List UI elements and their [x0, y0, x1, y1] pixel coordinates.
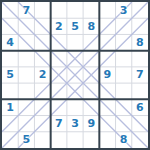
given-cell-r5c3[interactable]: 2	[34, 67, 50, 83]
cell-r6c1[interactable]	[2, 83, 18, 99]
cell-r3c4[interactable]	[51, 34, 67, 50]
cell-r3c3[interactable]	[34, 34, 50, 50]
cell-r5c6[interactable]	[83, 67, 99, 83]
cell-r6c6[interactable]	[83, 83, 99, 99]
cell-r3c5[interactable]	[67, 34, 83, 50]
given-cell-r5c1[interactable]: 5	[2, 67, 18, 83]
sudoku-board: 732584852971673958	[0, 0, 150, 150]
cell-r1c7[interactable]	[99, 2, 115, 18]
cell-r1c1[interactable]	[2, 2, 18, 18]
cell-r2c8[interactable]	[116, 18, 132, 34]
cell-r6c3[interactable]	[34, 83, 50, 99]
given-cell-r5c9[interactable]: 7	[132, 67, 148, 83]
cell-r9c7[interactable]	[99, 132, 115, 148]
cell-r1c6[interactable]	[83, 2, 99, 18]
cell-r7c2[interactable]	[18, 99, 34, 115]
cell-r4c3[interactable]	[34, 51, 50, 67]
given-cell-r9c2[interactable]: 5	[18, 132, 34, 148]
cell-r4c7[interactable]	[99, 51, 115, 67]
given-cell-r3c9[interactable]: 8	[132, 34, 148, 50]
cell-r7c6[interactable]	[83, 99, 99, 115]
cell-r9c4[interactable]	[51, 132, 67, 148]
cell-r6c5[interactable]	[67, 83, 83, 99]
given-cell-r1c2[interactable]: 7	[18, 2, 34, 18]
cell-r3c2[interactable]	[18, 34, 34, 50]
given-cell-r7c1[interactable]: 1	[2, 99, 18, 115]
given-cell-r5c7[interactable]: 9	[99, 67, 115, 83]
cell-r6c7[interactable]	[99, 83, 115, 99]
cell-r7c4[interactable]	[51, 99, 67, 115]
cell-r4c4[interactable]	[51, 51, 67, 67]
cell-r8c3[interactable]	[34, 116, 50, 132]
cell-r6c4[interactable]	[51, 83, 67, 99]
cell-r5c4[interactable]	[51, 67, 67, 83]
cell-r7c7[interactable]	[99, 99, 115, 115]
cell-r8c1[interactable]	[2, 116, 18, 132]
given-cell-r7c9[interactable]: 6	[132, 99, 148, 115]
given-cell-r9c8[interactable]: 8	[116, 132, 132, 148]
cell-r8c8[interactable]	[116, 116, 132, 132]
cell-r7c8[interactable]	[116, 99, 132, 115]
cells-layer: 732584852971673958	[2, 2, 148, 148]
cell-r9c5[interactable]	[67, 132, 83, 148]
given-cell-r2c4[interactable]: 2	[51, 18, 67, 34]
cell-r1c3[interactable]	[34, 2, 50, 18]
cell-r2c1[interactable]	[2, 18, 18, 34]
cell-r2c7[interactable]	[99, 18, 115, 34]
cell-r9c3[interactable]	[34, 132, 50, 148]
cell-r8c7[interactable]	[99, 116, 115, 132]
cell-r6c2[interactable]	[18, 83, 34, 99]
cell-r5c2[interactable]	[18, 67, 34, 83]
cell-r2c3[interactable]	[34, 18, 50, 34]
cell-r3c6[interactable]	[83, 34, 99, 50]
cell-r6c8[interactable]	[116, 83, 132, 99]
cell-r4c8[interactable]	[116, 51, 132, 67]
cell-r1c4[interactable]	[51, 2, 67, 18]
cell-r7c3[interactable]	[34, 99, 50, 115]
cell-r4c6[interactable]	[83, 51, 99, 67]
given-cell-r3c1[interactable]: 4	[2, 34, 18, 50]
cell-r6c9[interactable]	[132, 83, 148, 99]
cell-r3c8[interactable]	[116, 34, 132, 50]
cell-r8c2[interactable]	[18, 116, 34, 132]
cell-r2c2[interactable]	[18, 18, 34, 34]
cell-r7c5[interactable]	[67, 99, 83, 115]
given-cell-r2c6[interactable]: 8	[83, 18, 99, 34]
cell-r9c9[interactable]	[132, 132, 148, 148]
cell-r3c7[interactable]	[99, 34, 115, 50]
cell-r1c9[interactable]	[132, 2, 148, 18]
given-cell-r8c5[interactable]: 3	[67, 116, 83, 132]
cell-r9c1[interactable]	[2, 132, 18, 148]
given-cell-r2c5[interactable]: 5	[67, 18, 83, 34]
given-cell-r8c4[interactable]: 7	[51, 116, 67, 132]
cell-r9c6[interactable]	[83, 132, 99, 148]
cell-r5c8[interactable]	[116, 67, 132, 83]
cell-r1c5[interactable]	[67, 2, 83, 18]
cell-r4c5[interactable]	[67, 51, 83, 67]
cell-r4c1[interactable]	[2, 51, 18, 67]
given-cell-r8c6[interactable]: 9	[83, 116, 99, 132]
cell-r8c9[interactable]	[132, 116, 148, 132]
cell-r2c9[interactable]	[132, 18, 148, 34]
cell-r4c2[interactable]	[18, 51, 34, 67]
cell-r4c9[interactable]	[132, 51, 148, 67]
cell-r5c5[interactable]	[67, 67, 83, 83]
given-cell-r1c8[interactable]: 3	[116, 2, 132, 18]
